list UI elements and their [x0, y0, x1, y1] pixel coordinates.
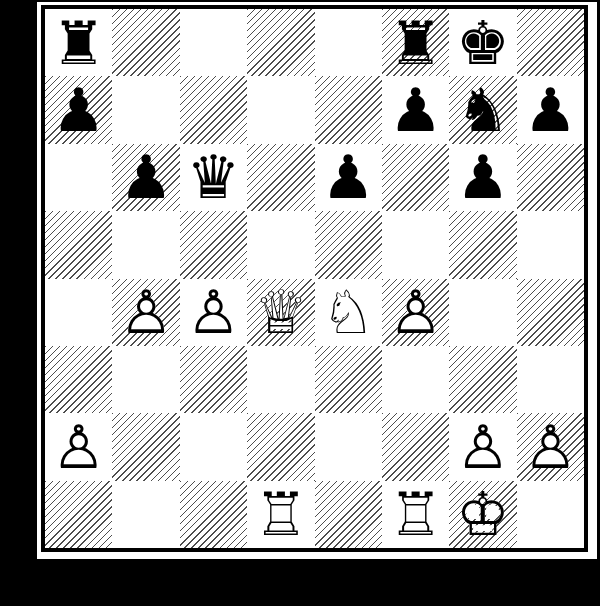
- square-c5[interactable]: [180, 211, 247, 278]
- piece-glyph: ♜: [45, 9, 112, 76]
- piece-glyph: ♚: [449, 9, 516, 76]
- square-d5[interactable]: [247, 211, 314, 278]
- square-a1[interactable]: [45, 481, 112, 548]
- square-a2[interactable]: ♟♙: [45, 413, 112, 480]
- black-queen[interactable]: ♛: [180, 144, 247, 211]
- piece-glyph: ♟: [112, 144, 179, 211]
- square-g3[interactable]: [449, 346, 516, 413]
- square-b8[interactable]: [112, 9, 179, 76]
- square-e7[interactable]: [315, 76, 382, 143]
- piece-outline-layer: ♙: [112, 279, 179, 346]
- square-g7[interactable]: ♞: [449, 76, 516, 143]
- square-a8[interactable]: ♜: [45, 9, 112, 76]
- piece-outline-layer: ♕: [247, 279, 314, 346]
- page-background: { "game": "chess", "position": { "fen": …: [0, 0, 600, 606]
- square-e1[interactable]: [315, 481, 382, 548]
- square-f7[interactable]: ♟: [382, 76, 449, 143]
- square-h1[interactable]: [517, 481, 584, 548]
- white-pawn[interactable]: ♟♙: [517, 413, 584, 480]
- white-pawn[interactable]: ♟♙: [382, 279, 449, 346]
- square-b7[interactable]: [112, 76, 179, 143]
- square-d4[interactable]: ♛♕: [247, 279, 314, 346]
- white-queen[interactable]: ♛♕: [247, 279, 314, 346]
- piece-outline-layer: ♘: [315, 279, 382, 346]
- black-pawn[interactable]: ♟: [382, 76, 449, 143]
- board-frame: ♜♜♚♟♟♞♟♟♛♟♟♟♙♟♙♛♕♞♘♟♙♟♙♟♙♟♙♜♖♜♖♚♔: [37, 2, 597, 559]
- square-f1[interactable]: ♜♖: [382, 481, 449, 548]
- piece-glyph: ♟: [45, 76, 112, 143]
- white-rook[interactable]: ♜♖: [382, 481, 449, 548]
- black-rook[interactable]: ♜: [382, 9, 449, 76]
- black-pawn[interactable]: ♟: [315, 144, 382, 211]
- square-h5[interactable]: [517, 211, 584, 278]
- square-a5[interactable]: [45, 211, 112, 278]
- piece-glyph: ♟: [315, 144, 382, 211]
- piece-glyph: ♟: [382, 76, 449, 143]
- piece-outline-layer: ♖: [382, 481, 449, 548]
- piece-glyph: ♞: [449, 76, 516, 143]
- square-d1[interactable]: ♜♖: [247, 481, 314, 548]
- square-h3[interactable]: [517, 346, 584, 413]
- square-c1[interactable]: [180, 481, 247, 548]
- square-g6[interactable]: ♟: [449, 144, 516, 211]
- square-e8[interactable]: [315, 9, 382, 76]
- square-e4[interactable]: ♞♘: [315, 279, 382, 346]
- piece-glyph: ♛: [180, 144, 247, 211]
- square-f8[interactable]: ♜: [382, 9, 449, 76]
- square-a7[interactable]: ♟: [45, 76, 112, 143]
- square-f6[interactable]: [382, 144, 449, 211]
- piece-glyph: ♟: [517, 76, 584, 143]
- square-a3[interactable]: [45, 346, 112, 413]
- square-h7[interactable]: ♟: [517, 76, 584, 143]
- square-c2[interactable]: [180, 413, 247, 480]
- square-f5[interactable]: [382, 211, 449, 278]
- square-g2[interactable]: ♟♙: [449, 413, 516, 480]
- piece-glyph: ♟: [449, 144, 516, 211]
- white-pawn[interactable]: ♟♙: [449, 413, 516, 480]
- square-a6[interactable]: [45, 144, 112, 211]
- square-e5[interactable]: [315, 211, 382, 278]
- square-d3[interactable]: [247, 346, 314, 413]
- square-a4[interactable]: [45, 279, 112, 346]
- square-c7[interactable]: [180, 76, 247, 143]
- black-rook[interactable]: ♜: [45, 9, 112, 76]
- black-pawn[interactable]: ♟: [45, 76, 112, 143]
- white-pawn[interactable]: ♟♙: [112, 279, 179, 346]
- square-e6[interactable]: ♟: [315, 144, 382, 211]
- square-g5[interactable]: [449, 211, 516, 278]
- square-c6[interactable]: ♛: [180, 144, 247, 211]
- black-pawn[interactable]: ♟: [449, 144, 516, 211]
- square-h4[interactable]: [517, 279, 584, 346]
- black-pawn[interactable]: ♟: [517, 76, 584, 143]
- square-d7[interactable]: [247, 76, 314, 143]
- piece-outline-layer: ♙: [45, 413, 112, 480]
- square-d2[interactable]: [247, 413, 314, 480]
- square-b2[interactable]: [112, 413, 179, 480]
- white-rook[interactable]: ♜♖: [247, 481, 314, 548]
- square-f2[interactable]: [382, 413, 449, 480]
- square-b3[interactable]: [112, 346, 179, 413]
- piece-outline-layer: ♔: [449, 481, 516, 548]
- square-g8[interactable]: ♚: [449, 9, 516, 76]
- piece-glyph: ♜: [382, 9, 449, 76]
- piece-outline-layer: ♙: [180, 279, 247, 346]
- piece-outline-layer: ♙: [382, 279, 449, 346]
- square-e2[interactable]: [315, 413, 382, 480]
- square-b5[interactable]: [112, 211, 179, 278]
- square-f4[interactable]: ♟♙: [382, 279, 449, 346]
- black-king[interactable]: ♚: [449, 9, 516, 76]
- square-f3[interactable]: [382, 346, 449, 413]
- piece-outline-layer: ♙: [449, 413, 516, 480]
- white-king[interactable]: ♚♔: [449, 481, 516, 548]
- square-d6[interactable]: [247, 144, 314, 211]
- white-pawn[interactable]: ♟♙: [180, 279, 247, 346]
- square-d8[interactable]: [247, 9, 314, 76]
- square-h2[interactable]: ♟♙: [517, 413, 584, 480]
- white-knight[interactable]: ♞♘: [315, 279, 382, 346]
- square-c8[interactable]: [180, 9, 247, 76]
- black-pawn[interactable]: ♟: [112, 144, 179, 211]
- white-pawn[interactable]: ♟♙: [45, 413, 112, 480]
- square-e3[interactable]: [315, 346, 382, 413]
- piece-outline-layer: ♙: [517, 413, 584, 480]
- square-c3[interactable]: [180, 346, 247, 413]
- piece-outline-layer: ♖: [247, 481, 314, 548]
- square-b6[interactable]: ♟: [112, 144, 179, 211]
- square-g1[interactable]: ♚♔: [449, 481, 516, 548]
- square-c4[interactable]: ♟♙: [180, 279, 247, 346]
- black-knight[interactable]: ♞: [449, 76, 516, 143]
- chess-board: ♜♜♚♟♟♞♟♟♛♟♟♟♙♟♙♛♕♞♘♟♙♟♙♟♙♟♙♜♖♜♖♚♔: [41, 5, 588, 552]
- square-g4[interactable]: [449, 279, 516, 346]
- square-h6[interactable]: [517, 144, 584, 211]
- square-h8[interactable]: [517, 9, 584, 76]
- square-b4[interactable]: ♟♙: [112, 279, 179, 346]
- square-b1[interactable]: [112, 481, 179, 548]
